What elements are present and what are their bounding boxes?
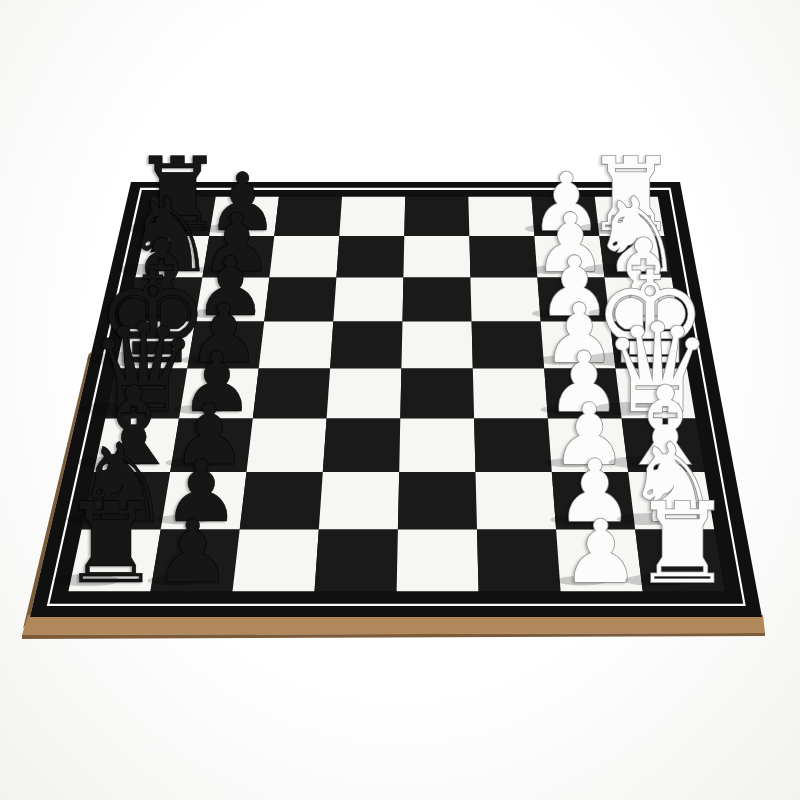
square-a4[interactable] (397, 530, 479, 592)
square-h5[interactable] (339, 197, 405, 236)
chess-board: ♜♟♟♜♞♟♟♞♝♟♟♝♚♟♟♚♛♟♟♛♝♟♟♝♞♟♟♞♜♟♟♜ (0, 0, 800, 800)
square-c6[interactable] (247, 419, 327, 473)
piece-black-pawn[interactable]: ♟ (154, 501, 232, 603)
square-d5[interactable] (327, 368, 402, 418)
square-a3[interactable] (477, 530, 561, 592)
piece-white-pawn[interactable]: ♟ (562, 501, 640, 603)
square-e6[interactable] (259, 322, 334, 369)
square-h4[interactable] (404, 197, 469, 236)
square-h6[interactable] (274, 197, 342, 236)
square-f5[interactable] (333, 277, 403, 321)
chess-set-photo: ♜♟♟♜♞♟♟♞♝♟♟♝♚♟♟♚♛♟♟♛♝♟♟♝♞♟♟♞♜♟♟♜ (0, 0, 800, 800)
square-b6[interactable] (240, 472, 323, 529)
square-f4[interactable] (403, 277, 472, 321)
square-c3[interactable] (474, 419, 552, 473)
square-c4[interactable] (399, 419, 475, 473)
square-b5[interactable] (319, 472, 399, 529)
square-g6[interactable] (269, 236, 339, 278)
square-f3[interactable] (470, 277, 540, 321)
piece-black-rook[interactable]: ♜ (61, 479, 161, 608)
square-d3[interactable] (473, 368, 548, 418)
square-d4[interactable] (400, 368, 474, 418)
square-d6[interactable] (253, 368, 330, 418)
wood-edge-bottom (22, 615, 765, 635)
piece-white-rook[interactable]: ♜ (633, 479, 733, 608)
square-e4[interactable] (401, 322, 472, 369)
square-a5[interactable] (315, 530, 398, 592)
square-e5[interactable] (330, 322, 402, 369)
square-h3[interactable] (468, 197, 534, 236)
square-f6[interactable] (264, 277, 336, 321)
square-b4[interactable] (398, 472, 477, 529)
square-g3[interactable] (469, 236, 537, 278)
square-a6[interactable] (233, 530, 319, 592)
square-e3[interactable] (472, 322, 545, 369)
square-c5[interactable] (323, 419, 401, 473)
square-g4[interactable] (403, 236, 470, 278)
square-b3[interactable] (476, 472, 557, 529)
square-g5[interactable] (336, 236, 404, 278)
